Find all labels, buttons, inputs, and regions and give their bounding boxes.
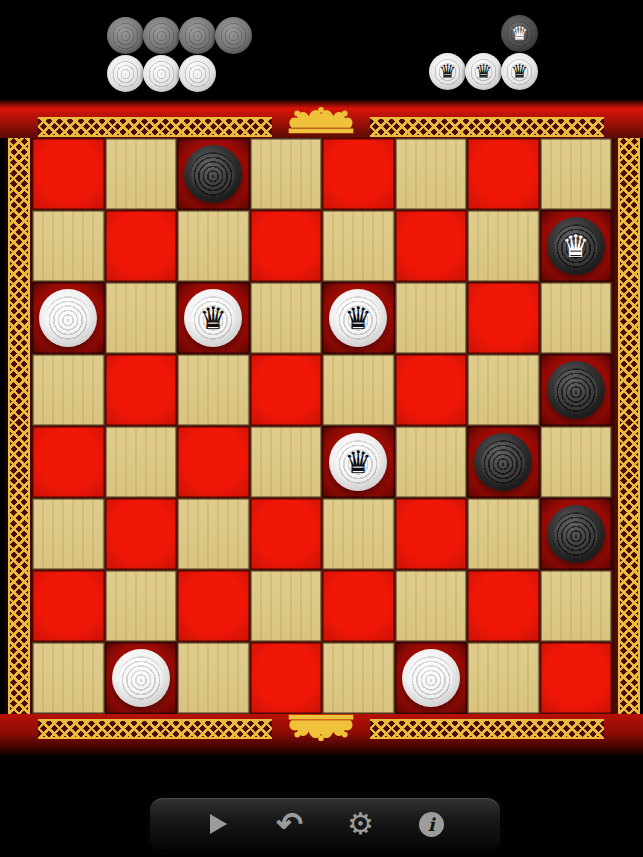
square-r3c4[interactable] [250, 282, 323, 354]
board-frame-bottom [0, 714, 643, 757]
square-r2c4[interactable] [250, 210, 323, 282]
king-crown-icon: ♛ [429, 53, 466, 90]
square-r2c6[interactable] [395, 210, 468, 282]
board-frame-right [612, 138, 643, 714]
square-r2c7[interactable] [467, 210, 540, 282]
king-crown-icon: ♛ [184, 289, 242, 347]
square-r2c2[interactable] [105, 210, 178, 282]
square-r4c3[interactable] [177, 354, 250, 426]
square-r5c1[interactable] [32, 426, 105, 498]
square-r8c5[interactable] [322, 642, 395, 714]
white-man-piece[interactable] [112, 649, 170, 707]
captured-white-king: ♛ [465, 53, 502, 90]
square-r8c8[interactable] [540, 642, 613, 714]
square-r7c8[interactable] [540, 570, 613, 642]
king-crown-icon: ♛ [329, 433, 387, 491]
king-crown-icon: ♛ [329, 289, 387, 347]
play-icon [210, 814, 227, 834]
undo-icon: ↶ [276, 808, 303, 840]
square-r4c8[interactable] [540, 354, 613, 426]
info-icon: i [419, 812, 444, 837]
square-r3c3[interactable]: ♛ [177, 282, 250, 354]
square-r6c8[interactable] [540, 498, 613, 570]
play-button[interactable] [199, 804, 239, 844]
black-man-piece[interactable] [547, 361, 605, 419]
square-r6c2[interactable] [105, 498, 178, 570]
square-r5c6[interactable] [395, 426, 468, 498]
white-king-piece[interactable]: ♛ [184, 289, 242, 347]
square-r1c1[interactable] [32, 138, 105, 210]
square-r6c6[interactable] [395, 498, 468, 570]
white-man-piece[interactable] [39, 289, 97, 347]
gold-lattice-ornament [370, 117, 604, 137]
captured-white-king: ♛ [501, 53, 538, 90]
square-r1c6[interactable] [395, 138, 468, 210]
settings-button[interactable]: ⚙ [340, 804, 380, 844]
square-r8c2[interactable] [105, 642, 178, 714]
captured-dark-king: ♛ [501, 15, 538, 52]
captured-tray-right: ♛♛♛♛ [429, 15, 541, 91]
app-screen: ♛♛♛♛ ♛♛♛♛ [0, 0, 643, 857]
gold-lattice-ornament [618, 138, 640, 714]
captured-white-man [107, 55, 144, 92]
square-r6c1[interactable] [32, 498, 105, 570]
king-crown-icon: ♛ [465, 53, 502, 90]
square-r2c8[interactable]: ♛ [540, 210, 613, 282]
info-button[interactable]: i [411, 804, 451, 844]
square-r3c8[interactable] [540, 282, 613, 354]
square-r7c6[interactable] [395, 570, 468, 642]
square-r6c7[interactable] [467, 498, 540, 570]
gold-lattice-ornament [38, 117, 272, 137]
white-man-piece[interactable] [402, 649, 460, 707]
square-r4c1[interactable] [32, 354, 105, 426]
square-r1c5[interactable] [322, 138, 395, 210]
square-r6c5[interactable] [322, 498, 395, 570]
square-r3c1[interactable] [32, 282, 105, 354]
checkers-board: ♛♛♛♛ [0, 100, 643, 757]
king-crown-icon: ♛ [547, 217, 605, 275]
square-r5c7[interactable] [467, 426, 540, 498]
black-man-piece[interactable] [547, 505, 605, 563]
captured-dark-man [143, 17, 180, 54]
square-r6c3[interactable] [177, 498, 250, 570]
white-king-piece[interactable]: ♛ [329, 289, 387, 347]
square-r2c3[interactable] [177, 210, 250, 282]
square-r3c7[interactable] [467, 282, 540, 354]
square-r8c1[interactable] [32, 642, 105, 714]
square-r4c5[interactable] [322, 354, 395, 426]
gear-icon: ⚙ [347, 809, 374, 839]
board-frame-left [0, 138, 32, 714]
white-king-piece[interactable]: ♛ [329, 433, 387, 491]
square-r7c4[interactable] [250, 570, 323, 642]
square-r5c2[interactable] [105, 426, 178, 498]
board-squares-grid: ♛♛♛♛ [32, 138, 612, 714]
square-r7c5[interactable] [322, 570, 395, 642]
square-r1c8[interactable] [540, 138, 613, 210]
square-r1c2[interactable] [105, 138, 178, 210]
square-r4c4[interactable] [250, 354, 323, 426]
square-r7c3[interactable] [177, 570, 250, 642]
square-r7c7[interactable] [467, 570, 540, 642]
square-r8c6[interactable] [395, 642, 468, 714]
captured-white-king: ♛ [429, 53, 466, 90]
black-man-piece[interactable] [184, 145, 242, 203]
square-r7c1[interactable] [32, 570, 105, 642]
black-man-piece[interactable] [474, 433, 532, 491]
captured-white-man [179, 55, 216, 92]
black-king-piece[interactable]: ♛ [547, 217, 605, 275]
square-r4c6[interactable] [395, 354, 468, 426]
square-r6c4[interactable] [250, 498, 323, 570]
square-r3c2[interactable] [105, 282, 178, 354]
square-r5c3[interactable] [177, 426, 250, 498]
square-r5c8[interactable] [540, 426, 613, 498]
gold-lattice-ornament [370, 719, 604, 739]
captured-dark-man [107, 17, 144, 54]
captured-white-man [143, 55, 180, 92]
captured-tray-left [107, 17, 257, 93]
square-r7c2[interactable] [105, 570, 178, 642]
square-r1c7[interactable] [467, 138, 540, 210]
gold-lattice-ornament [38, 719, 272, 739]
king-crown-icon: ♛ [501, 15, 538, 52]
square-r3c5[interactable]: ♛ [322, 282, 395, 354]
crown-ornament-top-icon [283, 106, 359, 136]
square-r8c3[interactable] [177, 642, 250, 714]
square-r4c2[interactable] [105, 354, 178, 426]
toolbar: ↶⚙i [150, 798, 500, 850]
square-r3c6[interactable] [395, 282, 468, 354]
square-r1c4[interactable] [250, 138, 323, 210]
board-frame-top [0, 100, 643, 138]
square-r8c7[interactable] [467, 642, 540, 714]
undo-button[interactable]: ↶ [270, 804, 310, 844]
square-r5c5[interactable]: ♛ [322, 426, 395, 498]
square-r8c4[interactable] [250, 642, 323, 714]
captured-dark-man [215, 17, 252, 54]
square-r1c3[interactable] [177, 138, 250, 210]
square-r2c1[interactable] [32, 210, 105, 282]
crown-ornament-bottom-icon [283, 712, 359, 742]
square-r5c4[interactable] [250, 426, 323, 498]
square-r4c7[interactable] [467, 354, 540, 426]
gold-lattice-ornament [8, 138, 30, 714]
captured-dark-man [179, 17, 216, 54]
king-crown-icon: ♛ [501, 53, 538, 90]
square-r2c5[interactable] [322, 210, 395, 282]
